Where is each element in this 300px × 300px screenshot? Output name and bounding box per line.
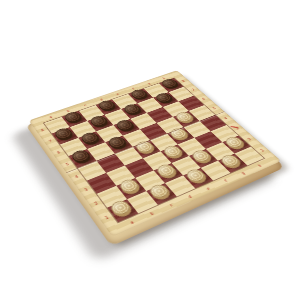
piece-top-rings	[184, 167, 208, 183]
square-b3[interactable]	[106, 166, 135, 186]
square-b5[interactable]	[87, 142, 115, 160]
file-label-far-c: c	[83, 104, 88, 107]
rank-label-left-6: 6	[56, 150, 61, 154]
square-c2[interactable]	[135, 170, 165, 191]
square-g1[interactable]	[218, 154, 247, 173]
rank-label-left-4: 4	[74, 174, 79, 178]
square-b1[interactable]	[127, 191, 158, 213]
square-a2[interactable]	[97, 186, 127, 208]
piece-side	[71, 150, 93, 165]
light-piece-c1[interactable]	[147, 183, 171, 200]
file-label-near-b: b	[149, 211, 155, 216]
file-label-near-d: d	[187, 194, 193, 199]
piece-top-rings	[147, 183, 171, 200]
square-a3[interactable]	[87, 173, 116, 194]
square-a4[interactable]	[78, 161, 107, 181]
square-d4[interactable]	[133, 140, 161, 158]
square-d2[interactable]	[154, 163, 183, 183]
light-piece-g1[interactable]	[218, 153, 241, 168]
piece-side	[156, 164, 180, 180]
dark-piece-h8[interactable]	[160, 78, 180, 89]
piece-side	[191, 150, 214, 165]
rank-label-right-6: 6	[201, 97, 206, 100]
piece-side	[135, 141, 157, 156]
rank-label-left-1: 1	[104, 215, 110, 220]
square-c4[interactable]	[115, 147, 143, 166]
square-b4[interactable]	[96, 154, 124, 173]
rank-label-right-3: 3	[234, 127, 239, 131]
piece-top-rings	[190, 149, 213, 164]
rank-label-right-7: 7	[191, 88, 196, 91]
file-label-near-c: c	[168, 202, 174, 207]
file-label-near-f: f	[223, 178, 229, 182]
rank-label-left-3: 3	[83, 187, 88, 192]
square-g2[interactable]	[206, 142, 235, 160]
light-piece-d4[interactable]	[133, 140, 155, 155]
piece-side	[149, 185, 173, 202]
light-piece-f2[interactable]	[190, 149, 213, 164]
square-f3[interactable]	[178, 138, 206, 156]
rank-label-right-5: 5	[212, 107, 217, 110]
rank-label-right-4: 4	[223, 116, 228, 119]
light-piece-a1[interactable]	[108, 199, 133, 217]
rank-label-left-2: 2	[93, 201, 99, 206]
square-e1[interactable]	[183, 168, 213, 188]
dark-piece-a5[interactable]	[70, 149, 92, 164]
file-label-near-e: e	[205, 186, 211, 191]
piece-side	[185, 169, 209, 185]
file-label-far-e: e	[115, 92, 120, 95]
piece-top-rings	[108, 199, 133, 217]
square-a5[interactable]	[69, 149, 97, 168]
file-label-far-a: a	[48, 115, 53, 118]
square-d1[interactable]	[165, 175, 195, 196]
square-c3[interactable]	[125, 158, 154, 178]
square-f2[interactable]	[189, 149, 218, 168]
product-photo-scene: 88aa77bb66cc55dd44ee33ff22gg11hh	[0, 0, 300, 300]
piece-top-rings	[133, 140, 155, 155]
light-piece-e3[interactable]	[161, 144, 184, 159]
piece-side	[110, 201, 135, 219]
piece-top-rings	[154, 163, 177, 179]
piece-top-rings	[70, 149, 92, 164]
square-e2[interactable]	[172, 156, 201, 176]
light-piece-d2[interactable]	[154, 163, 177, 179]
rank-label-right-2: 2	[247, 137, 252, 141]
file-label-near-h: h	[257, 163, 263, 167]
piece-top-rings	[161, 144, 184, 159]
piece-top-rings	[117, 177, 141, 194]
square-a6[interactable]	[60, 138, 87, 156]
rank-label-left-5: 5	[65, 162, 70, 166]
square-d3[interactable]	[143, 151, 172, 170]
file-label-near-a: a	[129, 220, 135, 225]
piece-top-rings	[218, 153, 241, 168]
square-a1[interactable]	[107, 199, 138, 222]
piece-side	[163, 146, 186, 161]
rank-label-left-8: 8	[40, 128, 45, 132]
file-label-near-g: g	[240, 171, 246, 175]
piece-side	[119, 179, 143, 196]
square-b2[interactable]	[116, 178, 146, 199]
square-f1[interactable]	[201, 161, 231, 181]
light-piece-e1[interactable]	[184, 167, 208, 183]
rank-label-right-8: 8	[181, 79, 186, 82]
square-h1[interactable]	[235, 147, 264, 166]
rank-label-left-7: 7	[48, 139, 53, 143]
square-e3[interactable]	[161, 144, 189, 163]
light-piece-b2[interactable]	[117, 177, 141, 194]
piece-side	[220, 155, 244, 170]
rank-label-right-1: 1	[259, 148, 265, 152]
square-c1[interactable]	[146, 183, 177, 205]
file-label-far-g: g	[146, 82, 151, 85]
